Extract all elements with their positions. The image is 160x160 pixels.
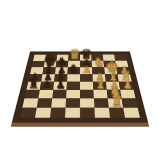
square-f1[interactable]	[94, 108, 110, 118]
white-rook-g2[interactable]: ♜	[106, 95, 126, 108]
square-d1[interactable]	[65, 108, 80, 118]
square-c4[interactable]: ♟	[53, 82, 67, 90]
square-e1[interactable]	[80, 108, 95, 118]
square-b3[interactable]	[38, 90, 53, 99]
square-b2[interactable]	[37, 98, 52, 107]
square-b1[interactable]	[35, 108, 51, 118]
square-c2[interactable]	[51, 98, 66, 107]
square-d3[interactable]	[66, 90, 80, 99]
square-d2[interactable]	[66, 98, 80, 107]
square-e2[interactable]	[80, 98, 94, 107]
square-c3[interactable]	[52, 90, 66, 99]
square-h1[interactable]	[123, 108, 140, 118]
square-c1[interactable]	[50, 108, 66, 118]
square-e3[interactable]	[80, 90, 94, 99]
black-pawn-c4[interactable]: ♟	[51, 80, 70, 90]
square-a2[interactable]	[22, 98, 38, 107]
product-photo-scene: ♛♛♚♞♟♞♝♟♞♟♚♟♟♟♝♟♝♜♜♟♟♝♟♟♞♜	[0, 0, 160, 160]
square-g2[interactable]: ♜	[108, 98, 123, 107]
chess-board[interactable]: ♛♛♚♞♟♞♝♟♞♟♚♟♟♟♝♟♝♜♜♟♟♝♟♟♞♜	[11, 51, 149, 126]
